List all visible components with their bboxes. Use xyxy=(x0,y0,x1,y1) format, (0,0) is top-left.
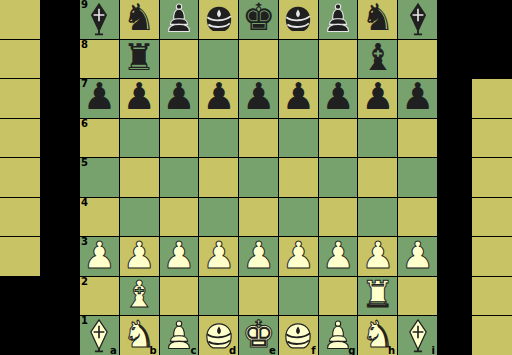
square-d8[interactable] xyxy=(199,40,238,79)
black-pawn: ♟ xyxy=(202,79,235,116)
square-e9[interactable]: ♚ xyxy=(239,0,278,39)
black-silver-general xyxy=(320,1,356,37)
white-pawn: ♟ xyxy=(282,237,315,274)
file-label: b xyxy=(149,345,156,355)
square-a8[interactable]: 8 xyxy=(80,40,119,79)
square-f6[interactable] xyxy=(279,119,318,158)
square-g3[interactable]: ♟ xyxy=(319,237,358,276)
square-b3[interactable]: ♟ xyxy=(120,237,159,276)
black-knight: ♞ xyxy=(123,0,156,37)
square-c9[interactable] xyxy=(160,0,199,39)
square-i3[interactable]: ♟ xyxy=(398,237,437,276)
square-d5[interactable] xyxy=(199,158,238,197)
square-d2[interactable] xyxy=(199,277,238,316)
square-f9[interactable] xyxy=(279,0,318,39)
square-g1[interactable]: g xyxy=(319,316,358,355)
square-i9[interactable] xyxy=(398,0,437,39)
square-b8[interactable]: ♜ xyxy=(120,40,159,79)
white-holdings-cell[interactable] xyxy=(472,158,512,197)
black-holdings-cell[interactable] xyxy=(0,198,40,237)
white-pawn: ♟ xyxy=(361,237,394,274)
square-f3[interactable]: ♟ xyxy=(279,237,318,276)
square-g4[interactable] xyxy=(319,198,358,237)
black-gold-general xyxy=(201,1,237,37)
square-b7[interactable]: ♟ xyxy=(120,79,159,118)
square-g7[interactable]: ♟ xyxy=(319,79,358,118)
white-bishop: ♝ xyxy=(123,277,156,314)
black-holdings-cell[interactable] xyxy=(0,0,40,39)
square-b4[interactable] xyxy=(120,198,159,237)
white-holdings-cell[interactable] xyxy=(472,237,512,276)
black-pawn: ♟ xyxy=(242,79,275,116)
square-f7[interactable]: ♟ xyxy=(279,79,318,118)
square-h1[interactable]: h♞ xyxy=(358,316,397,355)
file-label: h xyxy=(388,345,395,355)
square-f4[interactable] xyxy=(279,198,318,237)
square-f8[interactable] xyxy=(279,40,318,79)
square-a5[interactable]: 5 xyxy=(80,158,119,197)
board: 9 ♞ ♚ ♞ 8♜♝7♟♟♟♟♟♟♟♟♟6543♟♟♟♟♟♟♟♟♟2♝♜1a … xyxy=(80,0,437,355)
square-e7[interactable]: ♟ xyxy=(239,79,278,118)
file-label: g xyxy=(348,345,355,355)
square-h2[interactable]: ♜ xyxy=(358,277,397,316)
square-a1[interactable]: 1a xyxy=(80,316,119,355)
black-holdings-cell[interactable] xyxy=(0,237,40,276)
white-pawn: ♟ xyxy=(162,237,195,274)
square-g2[interactable] xyxy=(319,277,358,316)
square-a2[interactable]: 2 xyxy=(80,277,119,316)
black-rook: ♜ xyxy=(123,40,156,77)
square-h9[interactable]: ♞ xyxy=(358,0,397,39)
square-d1[interactable]: d xyxy=(199,316,238,355)
white-pawn: ♟ xyxy=(242,237,275,274)
square-c1[interactable]: c xyxy=(160,316,199,355)
square-i4[interactable] xyxy=(398,198,437,237)
white-holdings-cell[interactable] xyxy=(472,198,512,237)
square-i7[interactable]: ♟ xyxy=(398,79,437,118)
rank-label: 5 xyxy=(81,158,88,168)
square-a6[interactable]: 6 xyxy=(80,119,119,158)
square-e2[interactable] xyxy=(239,277,278,316)
black-pawn: ♟ xyxy=(401,79,434,116)
square-h8[interactable]: ♝ xyxy=(358,40,397,79)
black-holdings-cell[interactable] xyxy=(0,40,40,79)
white-pawn: ♟ xyxy=(401,237,434,274)
square-i2[interactable] xyxy=(398,277,437,316)
file-label: e xyxy=(269,345,276,355)
white-pawn: ♟ xyxy=(321,237,354,274)
square-g6[interactable] xyxy=(319,119,358,158)
rank-label: 7 xyxy=(81,79,88,89)
square-c2[interactable] xyxy=(160,277,199,316)
file-label: i xyxy=(432,345,435,355)
file-label: f xyxy=(311,345,315,355)
square-i6[interactable] xyxy=(398,119,437,158)
square-g5[interactable] xyxy=(319,158,358,197)
game-window: 9 ♞ ♚ ♞ 8♜♝7♟♟♟♟♟♟♟♟♟6543♟♟♟♟♟♟♟♟♟2♝♜1a … xyxy=(0,0,512,355)
square-h3[interactable]: ♟ xyxy=(358,237,397,276)
rank-label: 3 xyxy=(81,237,88,247)
white-holdings-cell[interactable] xyxy=(472,277,512,316)
black-lance xyxy=(400,1,436,37)
square-b6[interactable] xyxy=(120,119,159,158)
black-holdings-cell[interactable] xyxy=(0,158,40,197)
square-i1[interactable]: i xyxy=(398,316,437,355)
black-knight: ♞ xyxy=(361,0,394,37)
black-holdings-cell[interactable] xyxy=(0,79,40,118)
black-pawn: ♟ xyxy=(282,79,315,116)
square-d9[interactable] xyxy=(199,0,238,39)
black-bishop: ♝ xyxy=(361,40,394,77)
square-c8[interactable] xyxy=(160,40,199,79)
square-e4[interactable] xyxy=(239,198,278,237)
white-rook: ♜ xyxy=(361,277,394,314)
square-h4[interactable] xyxy=(358,198,397,237)
square-c4[interactable] xyxy=(160,198,199,237)
square-e1[interactable]: e♚ xyxy=(239,316,278,355)
file-label: c xyxy=(190,345,196,355)
square-i5[interactable] xyxy=(398,158,437,197)
white-holdings-cell[interactable] xyxy=(472,79,512,118)
file-label: d xyxy=(229,345,236,355)
black-king: ♚ xyxy=(242,0,275,37)
square-e5[interactable] xyxy=(239,158,278,197)
square-h7[interactable]: ♟ xyxy=(358,79,397,118)
square-b1[interactable]: b♞ xyxy=(120,316,159,355)
square-g8[interactable] xyxy=(319,40,358,79)
black-holdings-cell[interactable] xyxy=(0,119,40,158)
square-c7[interactable]: ♟ xyxy=(160,79,199,118)
square-g9[interactable] xyxy=(319,0,358,39)
square-e3[interactable]: ♟ xyxy=(239,237,278,276)
square-h6[interactable] xyxy=(358,119,397,158)
square-b9[interactable]: ♞ xyxy=(120,0,159,39)
rank-label: 6 xyxy=(81,119,88,129)
white-pawn: ♟ xyxy=(123,237,156,274)
square-f2[interactable] xyxy=(279,277,318,316)
rank-label: 8 xyxy=(81,40,88,50)
white-pawn: ♟ xyxy=(202,237,235,274)
black-pawn: ♟ xyxy=(321,79,354,116)
square-e6[interactable] xyxy=(239,119,278,158)
square-c5[interactable] xyxy=(160,158,199,197)
white-holdings-tray xyxy=(472,79,512,355)
white-lance xyxy=(400,318,436,354)
square-c6[interactable] xyxy=(160,119,199,158)
square-a4[interactable]: 4 xyxy=(80,198,119,237)
square-b5[interactable] xyxy=(120,158,159,197)
file-label: a xyxy=(110,345,117,355)
square-i8[interactable] xyxy=(398,40,437,79)
square-d6[interactable] xyxy=(199,119,238,158)
square-a7[interactable]: 7♟ xyxy=(80,79,119,118)
square-a3[interactable]: 3♟ xyxy=(80,237,119,276)
rank-label: 2 xyxy=(81,277,88,287)
rank-label: 1 xyxy=(81,316,88,326)
black-pawn: ♟ xyxy=(123,79,156,116)
square-a9[interactable]: 9 xyxy=(80,0,119,39)
black-silver-general xyxy=(161,1,197,37)
rank-label: 4 xyxy=(81,198,88,208)
square-h5[interactable] xyxy=(358,158,397,197)
square-d7[interactable]: ♟ xyxy=(199,79,238,118)
rank-label: 9 xyxy=(81,0,88,10)
square-f1[interactable]: f xyxy=(279,316,318,355)
square-f5[interactable] xyxy=(279,158,318,197)
black-pawn: ♟ xyxy=(162,79,195,116)
black-holdings-tray xyxy=(0,0,40,276)
white-holdings-cell[interactable] xyxy=(472,119,512,158)
square-d4[interactable] xyxy=(199,198,238,237)
square-e8[interactable] xyxy=(239,40,278,79)
white-holdings-cell[interactable] xyxy=(472,316,512,355)
black-gold-general xyxy=(280,1,316,37)
black-pawn: ♟ xyxy=(361,79,394,116)
square-b2[interactable]: ♝ xyxy=(120,277,159,316)
square-d3[interactable]: ♟ xyxy=(199,237,238,276)
square-c3[interactable]: ♟ xyxy=(160,237,199,276)
